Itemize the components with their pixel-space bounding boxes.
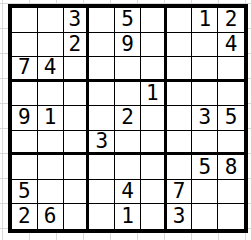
cell-r1c3[interactable]: 3 [64, 8, 90, 33]
cell-r3c9[interactable] [218, 57, 244, 82]
cell-r2c7[interactable] [167, 33, 193, 58]
cell-r1c7[interactable] [167, 8, 193, 33]
cell-r1c5[interactable]: 5 [115, 8, 141, 33]
cell-r5c7[interactable] [167, 106, 193, 131]
cell-r9c8[interactable] [192, 204, 218, 229]
cell-r8c1[interactable]: 5 [12, 180, 38, 205]
cell-r7c3[interactable] [64, 155, 90, 180]
cell-r5c9[interactable]: 5 [218, 106, 244, 131]
cell-r2c2[interactable] [38, 33, 64, 58]
cell-r4c6[interactable]: 1 [141, 82, 167, 107]
cell-r8c8[interactable] [192, 180, 218, 205]
cell-r6c5[interactable] [115, 131, 141, 156]
cell-r4c9[interactable] [218, 82, 244, 107]
cell-r1c8[interactable]: 1 [192, 8, 218, 33]
cell-r9c6[interactable] [141, 204, 167, 229]
cell-r7c7[interactable] [167, 155, 193, 180]
cell-r9c2[interactable]: 6 [38, 204, 64, 229]
cell-r5c5[interactable]: 2 [115, 106, 141, 131]
cell-r1c4[interactable] [89, 8, 115, 33]
cell-r8c4[interactable] [89, 180, 115, 205]
cell-r2c3[interactable]: 2 [64, 33, 90, 58]
cell-r8c2[interactable] [38, 180, 64, 205]
cell-r9c5[interactable]: 1 [115, 204, 141, 229]
cell-r3c5[interactable] [115, 57, 141, 82]
cell-r6c8[interactable] [192, 131, 218, 156]
cell-r5c1[interactable]: 9 [12, 106, 38, 131]
cell-r4c3[interactable] [64, 82, 90, 107]
cell-r8c9[interactable] [218, 180, 244, 205]
cell-r3c2[interactable]: 4 [38, 57, 64, 82]
cell-r6c1[interactable] [12, 131, 38, 156]
cell-r2c8[interactable] [192, 33, 218, 58]
cell-r8c5[interactable]: 4 [115, 180, 141, 205]
cell-r2c9[interactable]: 4 [218, 33, 244, 58]
cell-r2c6[interactable] [141, 33, 167, 58]
cell-r5c4[interactable] [89, 106, 115, 131]
cell-r5c3[interactable] [64, 106, 90, 131]
cell-r6c6[interactable] [141, 131, 167, 156]
cell-r4c1[interactable] [12, 82, 38, 107]
sudoku-board: 3512294741912353585472613 [8, 4, 248, 233]
cell-r5c2[interactable]: 1 [38, 106, 64, 131]
cell-r7c6[interactable] [141, 155, 167, 180]
cell-r3c1[interactable]: 7 [12, 57, 38, 82]
cell-r6c3[interactable] [64, 131, 90, 156]
cell-r6c2[interactable] [38, 131, 64, 156]
cell-r7c9[interactable]: 8 [218, 155, 244, 180]
cell-r7c4[interactable] [89, 155, 115, 180]
cell-r6c7[interactable] [167, 131, 193, 156]
cell-r9c3[interactable] [64, 204, 90, 229]
cell-r8c3[interactable] [64, 180, 90, 205]
cell-r1c2[interactable] [38, 8, 64, 33]
cell-r6c9[interactable] [218, 131, 244, 156]
cell-r8c7[interactable]: 7 [167, 180, 193, 205]
cell-r1c6[interactable] [141, 8, 167, 33]
cell-r9c9[interactable] [218, 204, 244, 229]
cell-r4c7[interactable] [167, 82, 193, 107]
cell-r4c4[interactable] [89, 82, 115, 107]
cell-r3c7[interactable] [167, 57, 193, 82]
cell-r3c8[interactable] [192, 57, 218, 82]
cell-r7c1[interactable] [12, 155, 38, 180]
cell-r4c2[interactable] [38, 82, 64, 107]
cell-r1c9[interactable]: 2 [218, 8, 244, 33]
cell-r7c5[interactable] [115, 155, 141, 180]
cell-r7c8[interactable]: 5 [192, 155, 218, 180]
cell-r2c4[interactable] [89, 33, 115, 58]
cell-r9c7[interactable]: 3 [167, 204, 193, 229]
cell-r8c6[interactable] [141, 180, 167, 205]
cell-r2c1[interactable] [12, 33, 38, 58]
cell-r4c5[interactable] [115, 82, 141, 107]
cell-r3c4[interactable] [89, 57, 115, 82]
sudoku-sheet: 3512294741912353585472613 [0, 0, 251, 240]
cell-r1c1[interactable] [12, 8, 38, 33]
cell-r2c5[interactable]: 9 [115, 33, 141, 58]
cell-r9c1[interactable]: 2 [12, 204, 38, 229]
cell-r4c8[interactable] [192, 82, 218, 107]
cell-r5c6[interactable] [141, 106, 167, 131]
cell-r5c8[interactable]: 3 [192, 106, 218, 131]
cell-r9c4[interactable] [89, 204, 115, 229]
cell-r3c6[interactable] [141, 57, 167, 82]
cell-r3c3[interactable] [64, 57, 90, 82]
cell-r7c2[interactable] [38, 155, 64, 180]
cell-r6c4[interactable]: 3 [89, 131, 115, 156]
